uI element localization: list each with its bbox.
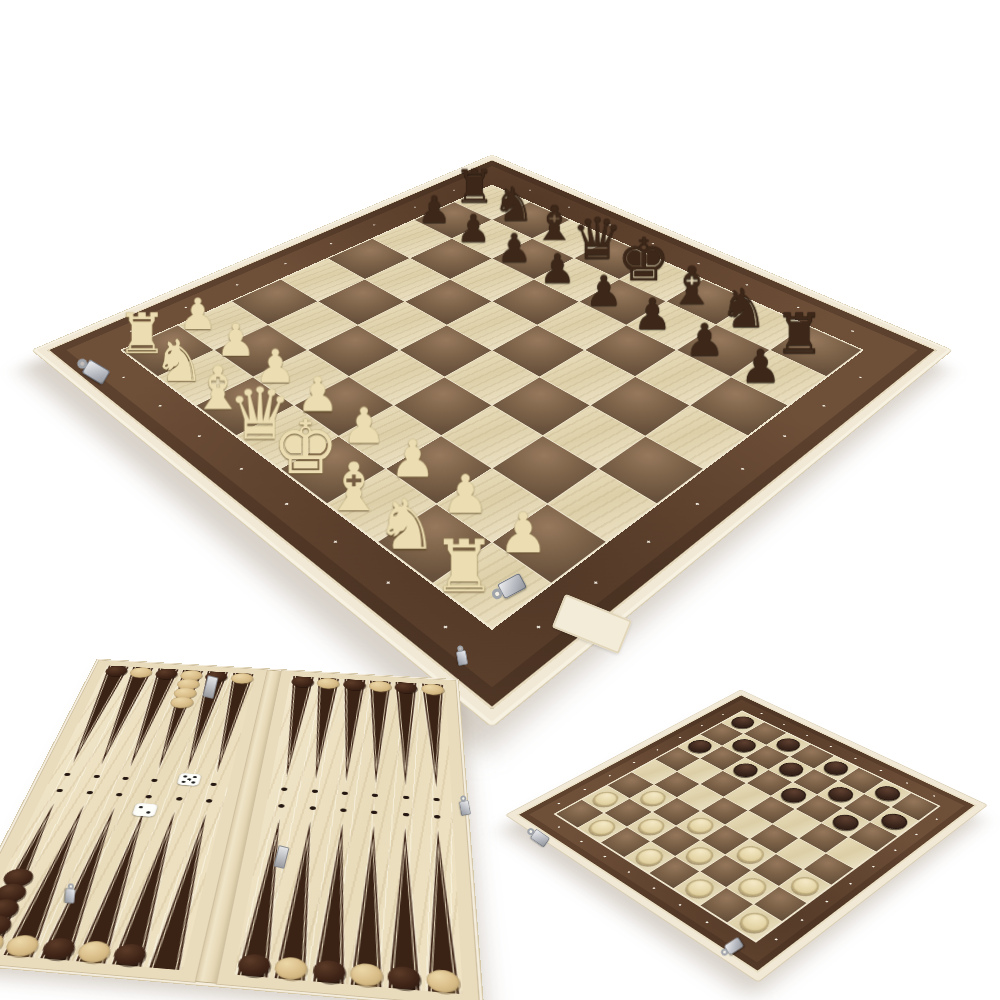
- dark-backgammon-checker[interactable]: [291, 676, 315, 688]
- point-dot: [56, 789, 63, 793]
- point-dot: [309, 806, 316, 810]
- black-pawn[interactable]: ♟: [418, 191, 452, 228]
- light-backgammon-checker[interactable]: [75, 940, 113, 964]
- white-pawn[interactable]: ♟: [498, 505, 548, 560]
- point-dot: [281, 787, 287, 791]
- point-dot: [181, 780, 188, 784]
- dark-backgammon-checker[interactable]: [343, 679, 366, 691]
- point-dot: [434, 815, 440, 819]
- point-dot: [433, 797, 439, 801]
- white-pawn[interactable]: ♟: [390, 433, 436, 484]
- point-dot: [145, 795, 152, 799]
- black-bishop[interactable]: ♝: [533, 199, 576, 247]
- light-backgammon-checker[interactable]: [350, 962, 383, 987]
- white-pawn[interactable]: ♟: [342, 401, 386, 450]
- point-dot: [403, 795, 409, 799]
- dark-backgammon-checker[interactable]: [236, 953, 271, 977]
- point-dot: [342, 791, 348, 795]
- dark-backgammon-checker[interactable]: [39, 937, 78, 961]
- black-pawn[interactable]: ♟: [740, 343, 781, 389]
- chess-grid: ♜♞♝♛♚♝♞♜♟♟♟♟♟♟♟♟♟♟♟♟♟♟♟♟♜♞♝♛♚♝♞♜: [120, 185, 864, 630]
- point-dot: [205, 799, 212, 803]
- black-pawn[interactable]: ♟: [497, 228, 532, 268]
- backgammon-case: [0, 660, 479, 1000]
- product-photo-scene: ♜♞♝♛♚♝♞♜♟♟♟♟♟♟♟♟♟♟♟♟♟♟♟♟♜♞♝♛♚♝♞♜: [0, 0, 1000, 1000]
- black-king[interactable]: ♚: [617, 230, 670, 289]
- black-pawn[interactable]: ♟: [540, 249, 576, 290]
- point-stack: [385, 823, 424, 991]
- point-dot: [402, 813, 408, 817]
- black-pawn[interactable]: ♟: [633, 293, 672, 336]
- chess-board: ♜♞♝♛♚♝♞♜♟♟♟♟♟♟♟♟♟♟♟♟♟♟♟♟♜♞♝♛♚♝♞♜: [32, 155, 951, 727]
- point-dot: [64, 772, 71, 776]
- light-backgammon-checker[interactable]: [317, 678, 340, 690]
- checkers-board: [506, 690, 987, 982]
- light-backgammon-checker[interactable]: [128, 667, 154, 678]
- square-h8[interactable]: ♜: [770, 325, 861, 376]
- black-knight[interactable]: ♞: [492, 182, 534, 229]
- dark-backgammon-checker[interactable]: [395, 682, 418, 694]
- light-backgammon-checker[interactable]: [169, 696, 195, 708]
- point-stack: [419, 683, 451, 791]
- point-dot: [371, 811, 377, 815]
- black-queen[interactable]: ♛: [572, 210, 624, 268]
- dark-backgammon-checker[interactable]: [111, 943, 149, 967]
- backgammon-point[interactable]: [391, 682, 421, 790]
- point-dot: [122, 776, 129, 780]
- black-bishop[interactable]: ♝: [668, 260, 715, 312]
- point-dot: [210, 782, 217, 786]
- black-pawn[interactable]: ♟: [456, 209, 490, 247]
- dark-backgammon-checker[interactable]: [103, 665, 129, 676]
- chess-case-edge: ♜♞♝♛♚♝♞♜♟♟♟♟♟♟♟♟♟♟♟♟♟♟♟♟♜♞♝♛♚♝♞♜: [32, 155, 951, 727]
- checkers-case-edge: [506, 690, 987, 982]
- point-dot: [93, 774, 100, 778]
- point-dot: [340, 809, 346, 813]
- dark-backgammon-checker[interactable]: [154, 668, 179, 679]
- checkers-frame: [516, 694, 977, 973]
- white-rook[interactable]: ♜: [432, 531, 497, 603]
- backgammon-point[interactable]: [421, 825, 462, 994]
- point-dot: [311, 789, 317, 793]
- white-pawn[interactable]: ♟: [442, 468, 490, 521]
- point-stack: [421, 825, 462, 994]
- light-backgammon-checker[interactable]: [421, 683, 444, 695]
- metal-clasp-icon: [65, 888, 76, 903]
- light-backgammon-checker[interactable]: [369, 680, 392, 692]
- backgammon-point[interactable]: [419, 683, 451, 791]
- point-dot: [278, 804, 285, 808]
- point-dot: [115, 793, 122, 797]
- point-dot: [86, 791, 93, 795]
- point-dot: [175, 797, 182, 801]
- light-backgammon-checker[interactable]: [426, 969, 460, 994]
- dark-backgammon-checker[interactable]: [388, 965, 421, 990]
- point-stack: [391, 682, 421, 790]
- backgammon-point[interactable]: [385, 823, 424, 991]
- black-pawn[interactable]: ♟: [585, 270, 623, 312]
- point-dot: [151, 778, 158, 782]
- chess-frame: ♜♞♝♛♚♝♞♜♟♟♟♟♟♟♟♟♟♟♟♟♟♟♟♟♜♞♝♛♚♝♞♜: [47, 160, 938, 710]
- white-knight[interactable]: ♞: [376, 491, 438, 560]
- black-pawn[interactable]: ♟: [685, 317, 725, 362]
- black-knight[interactable]: ♞: [719, 282, 767, 336]
- light-backgammon-checker[interactable]: [230, 673, 254, 685]
- backgammon-board: [0, 660, 479, 1000]
- point-dot: [372, 793, 378, 797]
- light-backgammon-checker[interactable]: [274, 956, 309, 981]
- dark-backgammon-checker[interactable]: [312, 959, 346, 984]
- checkers-grid: [553, 710, 940, 942]
- black-rook[interactable]: ♜: [454, 165, 495, 210]
